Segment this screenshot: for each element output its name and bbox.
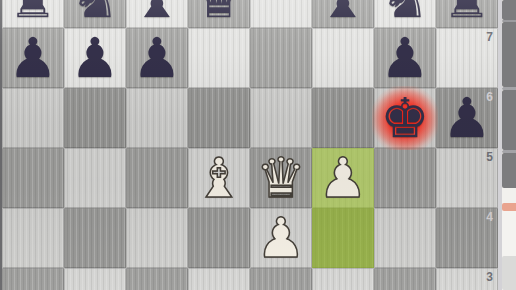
square-c7[interactable]: ♟ [126, 28, 188, 88]
rank-label-7: 7 [486, 30, 493, 44]
square-h6[interactable]: ♟6 [436, 88, 498, 148]
piece-white-bishop[interactable]: ♝ [188, 148, 250, 208]
piece-black-pawn[interactable]: ♟ [374, 28, 436, 88]
square-d3[interactable] [188, 268, 250, 290]
panel-block [502, 90, 516, 150]
card-white [502, 188, 516, 203]
square-a4[interactable] [2, 208, 64, 268]
square-g6[interactable]: ♚ [374, 88, 436, 148]
square-a7[interactable]: ♟ [2, 28, 64, 88]
right-edge-panel [498, 0, 516, 290]
square-d4[interactable] [188, 208, 250, 268]
square-c4[interactable] [126, 208, 188, 268]
board-viewport: ♜♞♝♛♝♞♜♟♟♟♟7♚♟6♝♛♟5♟43 [0, 0, 516, 290]
piece-black-knight[interactable]: ♞ [374, 0, 436, 28]
square-f8[interactable]: ♝ [312, 0, 374, 28]
piece-black-pawn[interactable]: ♟ [2, 28, 64, 88]
square-e6[interactable] [250, 88, 312, 148]
square-g8[interactable]: ♞ [374, 0, 436, 28]
piece-black-pawn[interactable]: ♟ [64, 28, 126, 88]
square-c5[interactable] [126, 148, 188, 208]
piece-black-pawn[interactable]: ♟ [126, 28, 188, 88]
square-b7[interactable]: ♟ [64, 28, 126, 88]
square-c3[interactable] [126, 268, 188, 290]
square-f5[interactable]: ♟ [312, 148, 374, 208]
square-d7[interactable] [188, 28, 250, 88]
square-d6[interactable] [188, 88, 250, 148]
square-f6[interactable] [312, 88, 374, 148]
square-b4[interactable] [64, 208, 126, 268]
square-b8[interactable]: ♞ [64, 0, 126, 28]
square-d8[interactable]: ♛ [188, 0, 250, 28]
square-f7[interactable] [312, 28, 374, 88]
square-h5[interactable]: 5 [436, 148, 498, 208]
card-salmon-band [502, 203, 516, 211]
panel-block [502, 0, 516, 20]
square-h4[interactable]: 4 [436, 208, 498, 268]
square-e8[interactable] [250, 0, 312, 28]
square-e5[interactable]: ♛ [250, 148, 312, 208]
square-d5[interactable]: ♝ [188, 148, 250, 208]
piece-white-queen[interactable]: ♛ [250, 148, 312, 208]
piece-white-pawn[interactable]: ♟ [312, 148, 374, 208]
square-c8[interactable]: ♝ [126, 0, 188, 28]
rank-label-4: 4 [486, 210, 493, 224]
square-g5[interactable] [374, 148, 436, 208]
card-white [502, 211, 516, 256]
square-e4[interactable]: ♟ [250, 208, 312, 268]
rank-label-5: 5 [486, 150, 493, 164]
square-f4[interactable] [312, 208, 374, 268]
square-b3[interactable] [64, 268, 126, 290]
square-a5[interactable] [2, 148, 64, 208]
square-b5[interactable] [64, 148, 126, 208]
rank-label-3: 3 [486, 270, 493, 284]
chess-board: ♜♞♝♛♝♞♜♟♟♟♟7♚♟6♝♛♟5♟43 [2, 0, 498, 290]
piece-black-queen[interactable]: ♛ [188, 0, 250, 28]
square-h8[interactable]: ♜ [436, 0, 498, 28]
piece-black-king[interactable]: ♚ [374, 88, 436, 148]
square-e7[interactable] [250, 28, 312, 88]
square-g4[interactable] [374, 208, 436, 268]
square-a3[interactable] [2, 268, 64, 290]
square-a6[interactable] [2, 88, 64, 148]
card-gray [502, 256, 516, 290]
piece-black-knight[interactable]: ♞ [64, 0, 126, 28]
square-e3[interactable] [250, 268, 312, 290]
square-h3[interactable]: 3 [436, 268, 498, 290]
square-b6[interactable] [64, 88, 126, 148]
square-c6[interactable] [126, 88, 188, 148]
square-a8[interactable]: ♜ [2, 0, 64, 28]
piece-black-bishop[interactable]: ♝ [126, 0, 188, 28]
square-g7[interactable]: ♟ [374, 28, 436, 88]
piece-black-rook[interactable]: ♜ [2, 0, 64, 28]
panel-block [502, 153, 516, 188]
panel-block [502, 22, 516, 87]
square-g3[interactable] [374, 268, 436, 290]
piece-black-rook[interactable]: ♜ [436, 0, 498, 28]
rank-label-6: 6 [486, 90, 493, 104]
square-f3[interactable] [312, 268, 374, 290]
piece-white-pawn[interactable]: ♟ [250, 208, 312, 268]
piece-black-bishop[interactable]: ♝ [312, 0, 374, 28]
square-h7[interactable]: 7 [436, 28, 498, 88]
